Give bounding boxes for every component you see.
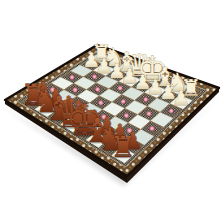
square-a4-rosette <box>69 74 76 81</box>
brown-rook-h8[interactable]: ♜ <box>110 130 136 164</box>
square-c4-rosette <box>94 86 101 93</box>
square-h5-rosette <box>148 125 155 132</box>
square-f5-rosette <box>123 112 130 119</box>
board-svg: ♜♞♝♛♚♝♞♜♟♟♟♟♟♟♟♟♟♟♟♟♟♟♟♟♜♞♝♛♚♝♞♜ <box>0 0 222 222</box>
chess-set-photo: rnbqkbnr/pppppppp/8/8/8/8/PPPPPPPP/RNBQK… <box>0 0 222 222</box>
white-pawn-h2[interactable]: ♟ <box>172 86 190 110</box>
square-e4-rosette <box>120 98 127 105</box>
square-g4-rosette <box>145 110 152 117</box>
